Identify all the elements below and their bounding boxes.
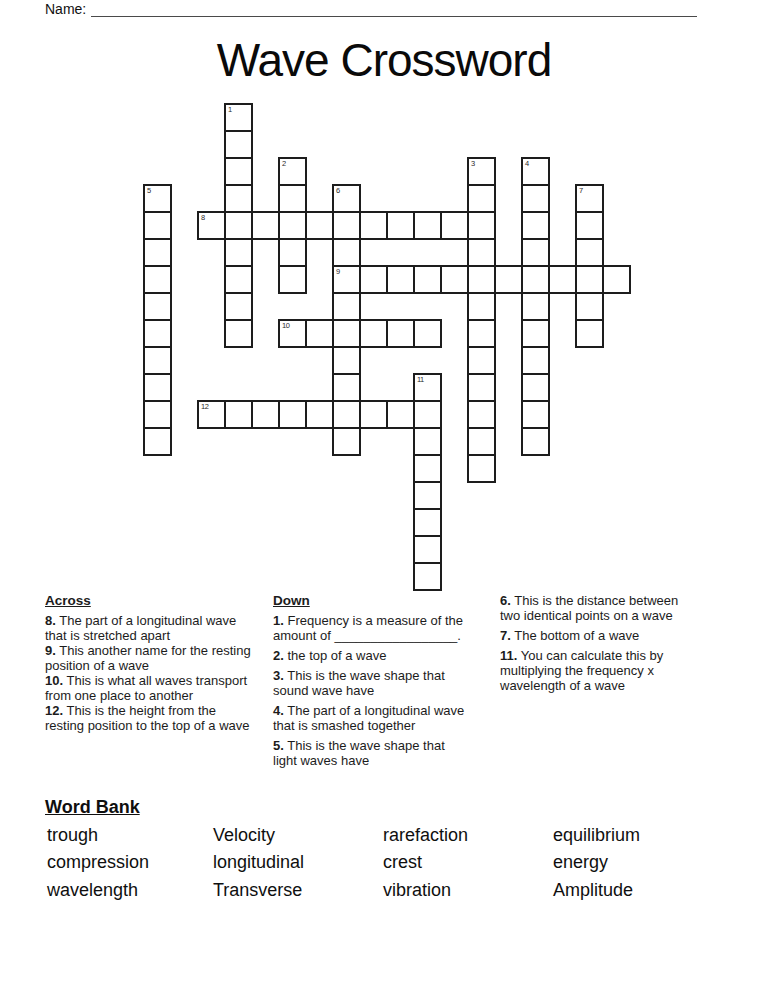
clue-text: This is what all waves transport from on… [45, 673, 247, 703]
grid-cell-r7c16[interactable] [575, 292, 604, 321]
cell-number-2: 2 [282, 159, 286, 168]
grid-cell-r11c6[interactable] [305, 400, 334, 429]
grid-cell-r11c7[interactable] [332, 400, 361, 429]
grid-cell-r5c5[interactable] [278, 238, 307, 267]
clue-number: 9. [45, 643, 56, 658]
cell-number-4: 4 [525, 159, 529, 168]
grid-cell-r9c12[interactable] [467, 346, 496, 375]
grid-cell-r16c10[interactable] [413, 535, 442, 564]
clue-9: 9. This another name for the resting pos… [45, 643, 253, 673]
word-bank-item-longitudinal: longitudinal [213, 849, 383, 876]
word-bank-item-velocity: Velocity [213, 822, 383, 849]
grid-cell-r5c3[interactable] [224, 238, 253, 267]
grid-cell-r4c14[interactable] [521, 211, 550, 240]
grid-cell-r12c0[interactable] [143, 427, 172, 456]
cell-number-9: 9 [336, 267, 340, 276]
name-fill-line[interactable] [91, 2, 697, 17]
grid-cell-r12c10[interactable] [413, 427, 442, 456]
grid-cell-r8c9[interactable] [386, 319, 415, 348]
grid-cell-r4c0[interactable] [143, 211, 172, 240]
clue-8: 8. The part of a longitudinal wave that … [45, 613, 253, 643]
page-title: Wave Crossword [0, 33, 768, 87]
word-bank-item-amplitude: Amplitude [553, 877, 727, 904]
grid-cell-r5c16[interactable] [575, 238, 604, 267]
grid-cell-r6c13[interactable] [494, 265, 523, 294]
grid-cell-r4c8[interactable] [359, 211, 388, 240]
clue-11: 11. You can calculate this by multiplyin… [500, 648, 697, 693]
grid-cell-r7c3[interactable] [224, 292, 253, 321]
grid-cell-r0c3[interactable]: 1 [224, 103, 253, 132]
grid-cell-r4c7[interactable] [332, 211, 361, 240]
down-clue-list-1: 1. Frequency is a measure of the amount … [273, 613, 473, 768]
cell-number-5: 5 [147, 186, 151, 195]
grid-cell-r6c17[interactable] [602, 265, 631, 294]
clue-7: 7. The bottom of a wave [500, 628, 697, 643]
grid-cell-r6c12[interactable] [467, 265, 496, 294]
down-header: Down [273, 593, 473, 608]
grid-cell-r3c7[interactable]: 6 [332, 184, 361, 213]
clue-number: 2. [273, 648, 284, 663]
clue-text: The part of a longitudinal wave that is … [273, 703, 464, 733]
word-bank-item-rarefaction: rarefaction [383, 822, 553, 849]
word-bank-item-trough: trough [47, 822, 213, 849]
clue-text: This another name for the resting positi… [45, 643, 251, 673]
grid-cell-r12c12[interactable] [467, 427, 496, 456]
clue-number: 8. [45, 613, 56, 628]
clue-number: 5. [273, 738, 284, 753]
grid-cell-r2c12[interactable]: 3 [467, 157, 496, 186]
word-bank-item-compression: compression [47, 849, 213, 876]
across-clues-column: Across 8. The part of a longitudinal wav… [45, 593, 253, 733]
grid-cell-r6c7[interactable]: 9 [332, 265, 361, 294]
clue-number: 6. [500, 593, 511, 608]
grid-cell-r4c2[interactable]: 8 [197, 211, 226, 240]
grid-cell-r3c16[interactable]: 7 [575, 184, 604, 213]
grid-cell-r14c10[interactable] [413, 481, 442, 510]
cell-number-10: 10 [282, 321, 289, 330]
cell-number-1: 1 [228, 105, 232, 114]
grid-cell-r8c5[interactable]: 10 [278, 319, 307, 348]
grid-cell-r8c8[interactable] [359, 319, 388, 348]
grid-cell-r3c0[interactable]: 5 [143, 184, 172, 213]
grid-cell-r12c7[interactable] [332, 427, 361, 456]
cell-number-12: 12 [201, 402, 208, 411]
clue-text: This is the height from the resting posi… [45, 703, 250, 733]
word-bank-item-energy: energy [553, 849, 727, 876]
grid-cell-r6c9[interactable] [386, 265, 415, 294]
grid-cell-r3c12[interactable] [467, 184, 496, 213]
grid-cell-r8c3[interactable] [224, 319, 253, 348]
clue-text: The bottom of a wave [511, 628, 639, 643]
grid-cell-r11c5[interactable] [278, 400, 307, 429]
across-clue-list: 8. The part of a longitudinal wave that … [45, 613, 253, 733]
word-bank-header: Word Bank [45, 797, 140, 818]
grid-cell-r8c6[interactable] [305, 319, 334, 348]
grid-cell-r6c5[interactable] [278, 265, 307, 294]
grid-cell-r10c7[interactable] [332, 373, 361, 402]
grid-cell-r12c14[interactable] [521, 427, 550, 456]
name-label: Name: [45, 1, 86, 17]
grid-cell-r11c10[interactable] [413, 400, 442, 429]
clue-3: 3. This is the wave shape that sound wav… [273, 668, 465, 698]
down-clue-list-2: 6. This is the distance between two iden… [500, 593, 712, 693]
grid-cell-r6c14[interactable] [521, 265, 550, 294]
clue-text: You can calculate this by multiplying th… [500, 648, 663, 693]
grid-cell-r10c12[interactable] [467, 373, 496, 402]
grid-cell-r11c14[interactable] [521, 400, 550, 429]
grid-cell-r9c0[interactable] [143, 346, 172, 375]
clue-text: This is the distance between two identic… [500, 593, 678, 623]
grid-cell-r6c11[interactable] [440, 265, 469, 294]
grid-cell-r11c8[interactable] [359, 400, 388, 429]
grid-cell-r3c5[interactable] [278, 184, 307, 213]
grid-cell-r8c16[interactable] [575, 319, 604, 348]
clue-1: 1. Frequency is a measure of the amount … [273, 613, 465, 643]
cell-number-3: 3 [471, 159, 475, 168]
clue-number: 1. [273, 613, 284, 628]
grid-cell-r8c0[interactable] [143, 319, 172, 348]
grid-cell-r11c12[interactable] [467, 400, 496, 429]
grid-cell-r10c0[interactable] [143, 373, 172, 402]
grid-cell-r11c4[interactable] [251, 400, 280, 429]
word-bank-item-transverse: Transverse [213, 877, 383, 904]
clue-number: 3. [273, 668, 284, 683]
clue-number: 4. [273, 703, 284, 718]
grid-cell-r9c7[interactable] [332, 346, 361, 375]
grid-cell-r2c3[interactable] [224, 157, 253, 186]
grid-cell-r7c7[interactable] [332, 292, 361, 321]
grid-cell-r8c10[interactable] [413, 319, 442, 348]
word-bank: troughVelocityrarefactionequilibriumcomp… [47, 822, 727, 904]
clue-number: 12. [45, 703, 63, 718]
grid-cell-r7c0[interactable] [143, 292, 172, 321]
grid-cell-r6c16[interactable] [575, 265, 604, 294]
grid-cell-r13c10[interactable] [413, 454, 442, 483]
word-bank-item-crest: crest [383, 849, 553, 876]
grid-cell-r5c12[interactable] [467, 238, 496, 267]
grid-cell-r5c7[interactable] [332, 238, 361, 267]
clue-2: 2. the top of a wave [273, 648, 465, 663]
cell-number-7: 7 [579, 186, 583, 195]
grid-cell-r6c0[interactable] [143, 265, 172, 294]
grid-cell-r4c5[interactable] [278, 211, 307, 240]
clue-number: 7. [500, 628, 511, 643]
grid-cell-r2c5[interactable]: 2 [278, 157, 307, 186]
grid-cell-r8c7[interactable] [332, 319, 361, 348]
grid-cell-r9c14[interactable] [521, 346, 550, 375]
grid-cell-r4c16[interactable] [575, 211, 604, 240]
grid-cell-r4c12[interactable] [467, 211, 496, 240]
clue-text: The part of a longitudinal wave that is … [45, 613, 236, 643]
clue-text: Frequency is a measure of the amount of … [273, 613, 463, 643]
grid-cell-r7c12[interactable] [467, 292, 496, 321]
clue-text: This is the wave shape that light waves … [273, 738, 445, 768]
grid-cell-r6c8[interactable] [359, 265, 388, 294]
grid-cell-r7c14[interactable] [521, 292, 550, 321]
grid-cell-r3c14[interactable] [521, 184, 550, 213]
clue-10: 10. This is what all waves transport fro… [45, 673, 253, 703]
down-clues-column-1: Down 1. Frequency is a measure of the am… [273, 593, 473, 773]
cell-number-8: 8 [201, 213, 205, 222]
grid-cell-r6c15[interactable] [548, 265, 577, 294]
grid-cell-r3c3[interactable] [224, 184, 253, 213]
grid-cell-r11c2[interactable]: 12 [197, 400, 226, 429]
word-bank-item-equilibrium: equilibrium [553, 822, 727, 849]
grid-cell-r4c9[interactable] [386, 211, 415, 240]
grid-cell-r2c14[interactable]: 4 [521, 157, 550, 186]
grid-cell-r4c3[interactable] [224, 211, 253, 240]
across-header: Across [45, 593, 253, 608]
name-row: Name: [45, 1, 697, 17]
grid-cell-r8c14[interactable] [521, 319, 550, 348]
cell-number-11: 11 [417, 375, 424, 384]
word-bank-item-wavelength: wavelength [47, 877, 213, 904]
grid-cell-r4c11[interactable] [440, 211, 469, 240]
clue-text: This is the wave shape that sound wave h… [273, 668, 445, 698]
clue-number: 11. [500, 648, 517, 663]
clue-12: 12. This is the height from the resting … [45, 703, 253, 733]
word-bank-item-vibration: vibration [383, 877, 553, 904]
crossword-grid: 123456789101112 [143, 103, 631, 591]
cell-number-6: 6 [336, 186, 340, 195]
worksheet-page: Name: Wave Crossword 123456789101112 Acr… [0, 0, 768, 994]
grid-cell-r15c10[interactable] [413, 508, 442, 537]
grid-cell-r6c10[interactable] [413, 265, 442, 294]
grid-cell-r17c10[interactable] [413, 562, 442, 591]
grid-cell-r5c0[interactable] [143, 238, 172, 267]
clue-6: 6. This is the distance between two iden… [500, 593, 697, 623]
grid-cell-r10c14[interactable] [521, 373, 550, 402]
grid-cell-r4c10[interactable] [413, 211, 442, 240]
grid-cell-r4c4[interactable] [251, 211, 280, 240]
grid-cell-r11c0[interactable] [143, 400, 172, 429]
grid-cell-r1c3[interactable] [224, 130, 253, 159]
grid-cell-r11c9[interactable] [386, 400, 415, 429]
down-clues-column-2: 6. This is the distance between two iden… [500, 593, 712, 698]
clue-4: 4. The part of a longitudinal wave that … [273, 703, 465, 733]
grid-cell-r11c3[interactable] [224, 400, 253, 429]
clue-text: the top of a wave [284, 648, 387, 663]
grid-cell-r4c6[interactable] [305, 211, 334, 240]
grid-cell-r8c12[interactable] [467, 319, 496, 348]
grid-cell-r6c3[interactable] [224, 265, 253, 294]
grid-cell-r13c12[interactable] [467, 454, 496, 483]
clue-5: 5. This is the wave shape that light wav… [273, 738, 465, 768]
grid-cell-r5c14[interactable] [521, 238, 550, 267]
grid-cell-r10c10[interactable]: 11 [413, 373, 442, 402]
clue-number: 10. [45, 673, 63, 688]
